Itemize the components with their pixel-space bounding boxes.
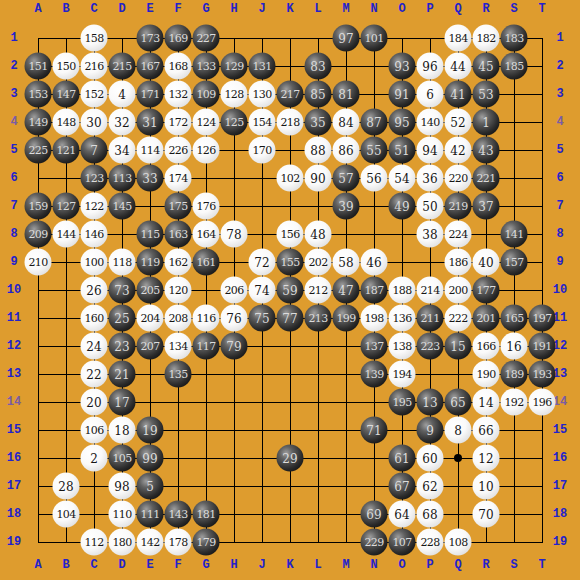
- stone-white-222[interactable]: 222: [445, 305, 472, 332]
- stone-black-209[interactable]: 209: [25, 221, 52, 248]
- stone-black-29[interactable]: 29: [277, 445, 304, 472]
- stone-white-214[interactable]: 214: [417, 277, 444, 304]
- stone-white-10[interactable]: 10: [473, 473, 500, 500]
- stone-white-210[interactable]: 210: [25, 249, 52, 276]
- stone-white-188[interactable]: 188: [389, 277, 416, 304]
- coord-label-bottom-J: J: [258, 559, 265, 571]
- stone-white-22[interactable]: 22: [81, 361, 108, 388]
- stone-white-64[interactable]: 64: [389, 501, 416, 528]
- move-number: 154: [252, 117, 271, 128]
- stone-white-102[interactable]: 102: [277, 165, 304, 192]
- coord-label-right-18: 18: [553, 508, 567, 520]
- stone-black-183[interactable]: 183: [501, 25, 528, 52]
- move-number: 26: [86, 284, 101, 296]
- stone-white-218[interactable]: 218: [277, 109, 304, 136]
- stone-black-193[interactable]: 193: [529, 361, 556, 388]
- stone-white-56[interactable]: 56: [361, 165, 388, 192]
- stone-white-224[interactable]: 224: [445, 221, 472, 248]
- stone-white-118[interactable]: 118: [109, 249, 136, 276]
- stone-white-62[interactable]: 62: [417, 473, 444, 500]
- stone-white-6[interactable]: 6: [417, 81, 444, 108]
- stone-white-32[interactable]: 32: [109, 109, 136, 136]
- move-number: 10: [478, 480, 493, 492]
- coord-label-left-1: 1: [10, 32, 17, 44]
- stone-black-127[interactable]: 127: [53, 193, 80, 220]
- stone-black-73[interactable]: 73: [109, 277, 136, 304]
- stone-black-75[interactable]: 75: [249, 305, 276, 332]
- stone-white-14[interactable]: 14: [473, 389, 500, 416]
- stone-white-152[interactable]: 152: [81, 81, 108, 108]
- stone-white-194[interactable]: 194: [389, 361, 416, 388]
- stone-white-148[interactable]: 148: [53, 109, 80, 136]
- coord-label-top-E: E: [146, 3, 153, 15]
- stone-white-204[interactable]: 204: [137, 305, 164, 332]
- stone-white-184[interactable]: 184: [445, 25, 472, 52]
- stone-black-195[interactable]: 195: [389, 389, 416, 416]
- stone-white-134[interactable]: 134: [165, 333, 192, 360]
- stone-white-78[interactable]: 78: [221, 221, 248, 248]
- stone-black-205[interactable]: 205: [137, 277, 164, 304]
- move-number: 100: [84, 257, 103, 268]
- stone-white-98[interactable]: 98: [109, 473, 136, 500]
- stone-white-46[interactable]: 46: [361, 249, 388, 276]
- stone-white-216[interactable]: 216: [81, 53, 108, 80]
- move-number: 153: [28, 89, 47, 100]
- stone-white-86[interactable]: 86: [333, 137, 360, 164]
- stone-white-106[interactable]: 106: [81, 417, 108, 444]
- stone-white-90[interactable]: 90: [305, 165, 332, 192]
- stone-black-165[interactable]: 165: [501, 305, 528, 332]
- stone-black-49[interactable]: 49: [389, 193, 416, 220]
- stone-black-17[interactable]: 17: [109, 389, 136, 416]
- stone-black-87[interactable]: 87: [361, 109, 388, 136]
- coord-label-bottom-P: P: [426, 559, 433, 571]
- stone-white-132[interactable]: 132: [165, 81, 192, 108]
- stone-white-212[interactable]: 212: [305, 277, 332, 304]
- stone-black-97[interactable]: 97: [333, 25, 360, 52]
- move-number: 141: [504, 229, 523, 240]
- stone-white-154[interactable]: 154: [249, 109, 276, 136]
- stone-black-109[interactable]: 109: [193, 81, 220, 108]
- stone-white-50[interactable]: 50: [417, 193, 444, 220]
- stone-black-151[interactable]: 151: [25, 53, 52, 80]
- stone-white-16[interactable]: 16: [501, 333, 528, 360]
- move-number: 102: [280, 173, 299, 184]
- stone-black-57[interactable]: 57: [333, 165, 360, 192]
- move-number: 211: [420, 313, 439, 324]
- stone-black-149[interactable]: 149: [25, 109, 52, 136]
- stone-black-23[interactable]: 23: [109, 333, 136, 360]
- stone-black-207[interactable]: 207: [137, 333, 164, 360]
- stone-white-66[interactable]: 66: [473, 417, 500, 444]
- stone-white-182[interactable]: 182: [473, 25, 500, 52]
- stone-white-166[interactable]: 166: [473, 333, 500, 360]
- coord-label-top-H: H: [230, 3, 237, 15]
- stone-white-112[interactable]: 112: [81, 529, 108, 556]
- stone-black-85[interactable]: 85: [305, 81, 332, 108]
- stone-black-201[interactable]: 201: [473, 305, 500, 332]
- stone-black-157[interactable]: 157: [501, 249, 528, 276]
- move-number: 183: [504, 33, 523, 44]
- stone-white-160[interactable]: 160: [81, 305, 108, 332]
- stone-white-198[interactable]: 198: [361, 305, 388, 332]
- move-number: 149: [28, 117, 47, 128]
- stone-white-42[interactable]: 42: [445, 137, 472, 164]
- stone-white-108[interactable]: 108: [445, 529, 472, 556]
- move-number: 61: [394, 452, 409, 464]
- stone-black-79[interactable]: 79: [221, 333, 248, 360]
- stone-white-200[interactable]: 200: [445, 277, 472, 304]
- stone-white-208[interactable]: 208: [165, 305, 192, 332]
- stone-black-15[interactable]: 15: [445, 333, 472, 360]
- stone-white-114[interactable]: 114: [137, 137, 164, 164]
- move-number: 85: [310, 88, 325, 100]
- coord-label-left-6: 6: [10, 172, 17, 184]
- stone-black-1[interactable]: 1: [473, 109, 500, 136]
- stone-black-187[interactable]: 187: [361, 277, 388, 304]
- stone-black-225[interactable]: 225: [25, 137, 52, 164]
- stone-white-180[interactable]: 180: [109, 529, 136, 556]
- stone-black-91[interactable]: 91: [389, 81, 416, 108]
- move-number: 222: [448, 313, 467, 324]
- stone-white-190[interactable]: 190: [473, 361, 500, 388]
- stone-black-173[interactable]: 173: [137, 25, 164, 52]
- stone-white-220[interactable]: 220: [445, 165, 472, 192]
- stone-white-116[interactable]: 116: [193, 305, 220, 332]
- stone-white-104[interactable]: 104: [53, 501, 80, 528]
- stone-white-40[interactable]: 40: [473, 249, 500, 276]
- move-number: 219: [448, 201, 467, 212]
- stone-white-170[interactable]: 170: [249, 137, 276, 164]
- go-board[interactable]: AABBCCDDEEFFGGHHJJKKLLMMNNOOPPQQRRSSTT11…: [0, 0, 580, 580]
- coord-label-top-F: F: [174, 3, 181, 15]
- stone-white-206[interactable]: 206: [221, 277, 248, 304]
- stone-black-95[interactable]: 95: [389, 109, 416, 136]
- stone-black-71[interactable]: 71: [361, 417, 388, 444]
- move-number: 32: [114, 116, 129, 128]
- coord-label-top-G: G: [202, 3, 209, 15]
- stone-white-144[interactable]: 144: [53, 221, 80, 248]
- stone-black-99[interactable]: 99: [137, 445, 164, 472]
- stone-black-35[interactable]: 35: [305, 109, 332, 136]
- stone-white-120[interactable]: 120: [165, 277, 192, 304]
- stone-black-169[interactable]: 169: [165, 25, 192, 52]
- stone-black-199[interactable]: 199: [333, 305, 360, 332]
- stone-black-77[interactable]: 77: [277, 305, 304, 332]
- stone-white-70[interactable]: 70: [473, 501, 500, 528]
- stone-black-185[interactable]: 185: [501, 53, 528, 80]
- stone-black-137[interactable]: 137: [361, 333, 388, 360]
- stone-black-221[interactable]: 221: [473, 165, 500, 192]
- move-number: 109: [196, 89, 215, 100]
- move-number: 223: [420, 341, 439, 352]
- move-number: 139: [364, 369, 383, 380]
- move-number: 87: [366, 116, 381, 128]
- stone-black-25[interactable]: 25: [109, 305, 136, 332]
- stone-white-54[interactable]: 54: [389, 165, 416, 192]
- stone-black-113[interactable]: 113: [109, 165, 136, 192]
- stone-black-19[interactable]: 19: [137, 417, 164, 444]
- coord-label-left-9: 9: [10, 256, 17, 268]
- stone-black-7[interactable]: 7: [81, 137, 108, 164]
- stone-black-181[interactable]: 181: [193, 501, 220, 528]
- stone-white-138[interactable]: 138: [389, 333, 416, 360]
- stone-black-13[interactable]: 13: [417, 389, 444, 416]
- coord-label-right-7: 7: [556, 200, 563, 212]
- move-number: 155: [280, 257, 299, 268]
- stone-white-162[interactable]: 162: [165, 249, 192, 276]
- coord-label-bottom-C: C: [90, 559, 97, 571]
- stone-white-26[interactable]: 26: [81, 277, 108, 304]
- move-number: 71: [366, 424, 381, 436]
- move-number: 68: [422, 508, 437, 520]
- move-number: 46: [366, 256, 381, 268]
- stone-black-21[interactable]: 21: [109, 361, 136, 388]
- move-number: 196: [532, 397, 551, 408]
- move-number: 144: [56, 229, 75, 240]
- stone-black-145[interactable]: 145: [109, 193, 136, 220]
- stone-white-88[interactable]: 88: [305, 137, 332, 164]
- coord-label-left-8: 8: [10, 228, 17, 240]
- stone-white-18[interactable]: 18: [109, 417, 136, 444]
- stone-black-163[interactable]: 163: [165, 221, 192, 248]
- stone-black-213[interactable]: 213: [305, 305, 332, 332]
- stone-black-223[interactable]: 223: [417, 333, 444, 360]
- stone-white-48[interactable]: 48: [305, 221, 332, 248]
- coord-label-bottom-M: M: [342, 559, 349, 571]
- stone-white-34[interactable]: 34: [109, 137, 136, 164]
- stone-white-84[interactable]: 84: [333, 109, 360, 136]
- move-number: 161: [196, 257, 215, 268]
- stone-black-107[interactable]: 107: [389, 529, 416, 556]
- stone-black-51[interactable]: 51: [389, 137, 416, 164]
- stone-black-105[interactable]: 105: [109, 445, 136, 472]
- stone-white-124[interactable]: 124: [193, 109, 220, 136]
- move-number: 134: [168, 341, 187, 352]
- stone-white-172[interactable]: 172: [165, 109, 192, 136]
- stone-white-76[interactable]: 76: [221, 305, 248, 332]
- stone-white-174[interactable]: 174: [165, 165, 192, 192]
- coord-label-bottom-D: D: [118, 559, 125, 571]
- stone-white-2[interactable]: 2: [81, 445, 108, 472]
- move-number: 205: [140, 285, 159, 296]
- stone-black-69[interactable]: 69: [361, 501, 388, 528]
- stone-white-38[interactable]: 38: [417, 221, 444, 248]
- stone-black-129[interactable]: 129: [221, 53, 248, 80]
- stone-black-115[interactable]: 115: [137, 221, 164, 248]
- move-number: 150: [56, 61, 75, 72]
- stone-black-131[interactable]: 131: [249, 53, 276, 80]
- stone-black-229[interactable]: 229: [361, 529, 388, 556]
- move-number: 18: [114, 424, 129, 436]
- move-number: 201: [476, 313, 495, 324]
- coord-label-bottom-L: L: [314, 559, 321, 571]
- stone-black-59[interactable]: 59: [277, 277, 304, 304]
- stone-black-39[interactable]: 39: [333, 193, 360, 220]
- stone-black-47[interactable]: 47: [333, 277, 360, 304]
- move-number: 162: [168, 257, 187, 268]
- stone-white-20[interactable]: 20: [81, 389, 108, 416]
- stone-white-192[interactable]: 192: [501, 389, 528, 416]
- coord-label-left-13: 13: [7, 368, 21, 380]
- move-number: 31: [142, 116, 157, 128]
- stone-black-175[interactable]: 175: [165, 193, 192, 220]
- stone-black-215[interactable]: 215: [109, 53, 136, 80]
- stone-black-43[interactable]: 43: [473, 137, 500, 164]
- stone-white-8[interactable]: 8: [445, 417, 472, 444]
- move-number: 220: [448, 173, 467, 184]
- stone-black-41[interactable]: 41: [445, 81, 472, 108]
- stone-black-197[interactable]: 197: [529, 305, 556, 332]
- coord-label-right-6: 6: [556, 172, 563, 184]
- coord-label-right-8: 8: [556, 228, 563, 240]
- stone-black-179[interactable]: 179: [193, 529, 220, 556]
- move-number: 197: [532, 313, 551, 324]
- move-number: 198: [364, 313, 383, 324]
- stone-white-94[interactable]: 94: [417, 137, 444, 164]
- stone-white-228[interactable]: 228: [417, 529, 444, 556]
- move-number: 185: [504, 61, 523, 72]
- stone-white-72[interactable]: 72: [249, 249, 276, 276]
- stone-black-227[interactable]: 227: [193, 25, 220, 52]
- stone-black-133[interactable]: 133: [193, 53, 220, 80]
- move-number: 191: [532, 341, 551, 352]
- coord-label-left-2: 2: [10, 60, 17, 72]
- stone-black-161[interactable]: 161: [193, 249, 220, 276]
- stone-black-101[interactable]: 101: [361, 25, 388, 52]
- move-number: 13: [422, 396, 437, 408]
- stone-black-121[interactable]: 121: [53, 137, 80, 164]
- move-number: 73: [114, 284, 129, 296]
- stone-white-156[interactable]: 156: [277, 221, 304, 248]
- stone-black-81[interactable]: 81: [333, 81, 360, 108]
- stone-white-226[interactable]: 226: [165, 137, 192, 164]
- stone-white-12[interactable]: 12: [473, 445, 500, 472]
- stone-white-110[interactable]: 110: [109, 501, 136, 528]
- stone-black-171[interactable]: 171: [137, 81, 164, 108]
- stone-black-37[interactable]: 37: [473, 193, 500, 220]
- stone-black-191[interactable]: 191: [529, 333, 556, 360]
- move-number: 148: [56, 117, 75, 128]
- move-number: 2: [90, 452, 98, 464]
- stone-black-61[interactable]: 61: [389, 445, 416, 472]
- stone-white-30[interactable]: 30: [81, 109, 108, 136]
- stone-black-111[interactable]: 111: [137, 501, 164, 528]
- stone-black-147[interactable]: 147: [53, 81, 80, 108]
- stone-white-142[interactable]: 142: [137, 529, 164, 556]
- stone-white-178[interactable]: 178: [165, 529, 192, 556]
- stone-black-177[interactable]: 177: [473, 277, 500, 304]
- stone-black-189[interactable]: 189: [501, 361, 528, 388]
- stone-white-58[interactable]: 58: [333, 249, 360, 276]
- stone-white-126[interactable]: 126: [193, 137, 220, 164]
- stone-black-65[interactable]: 65: [445, 389, 472, 416]
- stone-white-202[interactable]: 202: [305, 249, 332, 276]
- move-number: 217: [280, 89, 299, 100]
- stone-black-139[interactable]: 139: [361, 361, 388, 388]
- stone-black-119[interactable]: 119: [137, 249, 164, 276]
- stone-black-155[interactable]: 155: [277, 249, 304, 276]
- move-number: 41: [450, 88, 465, 100]
- stone-black-125[interactable]: 125: [221, 109, 248, 136]
- stone-white-96[interactable]: 96: [417, 53, 444, 80]
- move-number: 37: [478, 200, 493, 212]
- stone-white-122[interactable]: 122: [81, 193, 108, 220]
- stone-black-55[interactable]: 55: [361, 137, 388, 164]
- move-number: 130: [252, 89, 271, 100]
- stone-black-5[interactable]: 5: [137, 473, 164, 500]
- move-number: 33: [142, 172, 157, 184]
- stone-white-74[interactable]: 74: [249, 277, 276, 304]
- stone-black-31[interactable]: 31: [137, 109, 164, 136]
- move-number: 151: [28, 61, 47, 72]
- stone-black-45[interactable]: 45: [473, 53, 500, 80]
- stone-white-136[interactable]: 136: [389, 305, 416, 332]
- stone-black-33[interactable]: 33: [137, 165, 164, 192]
- stone-white-146[interactable]: 146: [81, 221, 108, 248]
- stone-white-196[interactable]: 196: [529, 389, 556, 416]
- stone-white-168[interactable]: 168: [165, 53, 192, 80]
- stone-white-158[interactable]: 158: [81, 25, 108, 52]
- stone-white-150[interactable]: 150: [53, 53, 80, 80]
- stone-white-4[interactable]: 4: [109, 81, 136, 108]
- stone-black-143[interactable]: 143: [165, 501, 192, 528]
- stone-white-164[interactable]: 164: [193, 221, 220, 248]
- move-number: 25: [114, 312, 129, 324]
- coord-label-left-12: 12: [7, 340, 21, 352]
- move-number: 48: [310, 228, 325, 240]
- stone-white-24[interactable]: 24: [81, 333, 108, 360]
- stone-black-159[interactable]: 159: [25, 193, 52, 220]
- stone-black-83[interactable]: 83: [305, 53, 332, 80]
- move-number: 34: [114, 144, 129, 156]
- move-number: 17: [114, 396, 129, 408]
- stone-black-117[interactable]: 117: [193, 333, 220, 360]
- stone-black-135[interactable]: 135: [165, 361, 192, 388]
- stone-white-176[interactable]: 176: [193, 193, 220, 220]
- stone-white-130[interactable]: 130: [249, 81, 276, 108]
- stone-black-53[interactable]: 53: [473, 81, 500, 108]
- stone-white-44[interactable]: 44: [445, 53, 472, 80]
- move-number: 117: [196, 341, 215, 352]
- stone-black-219[interactable]: 219: [445, 193, 472, 220]
- stone-white-68[interactable]: 68: [417, 501, 444, 528]
- stone-white-36[interactable]: 36: [417, 165, 444, 192]
- stone-black-167[interactable]: 167: [137, 53, 164, 80]
- stone-white-100[interactable]: 100: [81, 249, 108, 276]
- stone-black-153[interactable]: 153: [25, 81, 52, 108]
- stone-white-186[interactable]: 186: [445, 249, 472, 276]
- stone-black-93[interactable]: 93: [389, 53, 416, 80]
- coord-label-top-C: C: [90, 3, 97, 15]
- move-number: 42: [450, 144, 465, 156]
- stone-white-52[interactable]: 52: [445, 109, 472, 136]
- stone-white-140[interactable]: 140: [417, 109, 444, 136]
- stone-black-211[interactable]: 211: [417, 305, 444, 332]
- move-number: 77: [282, 312, 297, 324]
- stone-white-60[interactable]: 60: [417, 445, 444, 472]
- stone-black-217[interactable]: 217: [277, 81, 304, 108]
- stone-white-28[interactable]: 28: [53, 473, 80, 500]
- stone-black-123[interactable]: 123: [81, 165, 108, 192]
- move-number: 16: [506, 340, 521, 352]
- stone-black-141[interactable]: 141: [501, 221, 528, 248]
- stone-white-128[interactable]: 128: [221, 81, 248, 108]
- stone-black-67[interactable]: 67: [389, 473, 416, 500]
- stone-black-9[interactable]: 9: [417, 417, 444, 444]
- coord-label-top-S: S: [510, 3, 517, 15]
- move-number: 84: [338, 116, 353, 128]
